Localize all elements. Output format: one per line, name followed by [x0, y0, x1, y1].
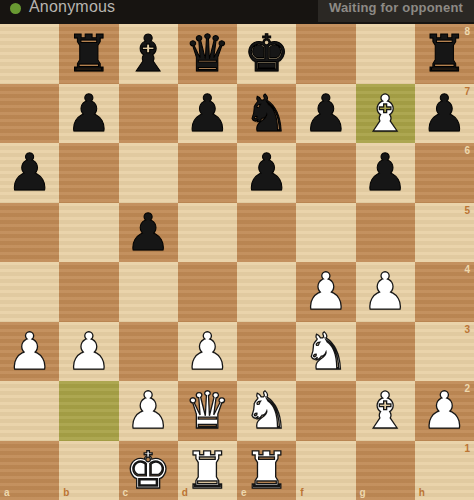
square-g1[interactable]: g [356, 441, 415, 500]
piece-white-king[interactable]: ♚ [119, 441, 178, 500]
piece-black-queen[interactable]: ♛ [178, 24, 237, 84]
chess-app: Anonymous Waiting for opponent ♜♝♛♚♜8♟♟♞… [0, 0, 474, 500]
square-d6[interactable] [178, 143, 237, 203]
square-g8[interactable] [356, 24, 415, 84]
square-a6[interactable]: ♟ [0, 143, 59, 203]
square-d5[interactable] [178, 203, 237, 263]
square-c8[interactable]: ♝ [119, 24, 178, 84]
square-c3[interactable] [119, 322, 178, 382]
piece-black-pawn[interactable]: ♟ [119, 203, 178, 263]
square-g3[interactable] [356, 322, 415, 382]
square-a7[interactable] [0, 84, 59, 144]
square-h8[interactable]: ♜8 [415, 24, 474, 84]
square-c5[interactable]: ♟ [119, 203, 178, 263]
status-banner: Waiting for opponent [318, 0, 474, 22]
coord-file-a: a [4, 487, 10, 498]
piece-white-pawn[interactable]: ♟ [178, 322, 237, 382]
square-a5[interactable] [0, 203, 59, 263]
square-b7[interactable]: ♟ [59, 84, 118, 144]
square-g4[interactable]: ♟ [356, 262, 415, 322]
square-h6[interactable]: 6 [415, 143, 474, 203]
coord-rank-6: 6 [464, 145, 470, 156]
square-c2[interactable]: ♟ [119, 381, 178, 441]
chess-board[interactable]: ♜♝♛♚♜8♟♟♞♟♝♟7♟♟♟6♟5♟♟4♟♟♟♞3♟♛♞♝♟2ab♚c♜d♜… [0, 24, 474, 500]
square-c1[interactable]: ♚c [119, 441, 178, 500]
square-g2[interactable]: ♝ [356, 381, 415, 441]
square-h2[interactable]: ♟2 [415, 381, 474, 441]
coord-rank-5: 5 [464, 205, 470, 216]
coord-file-f: f [300, 487, 303, 498]
square-h5[interactable]: 5 [415, 203, 474, 263]
square-h4[interactable]: 4 [415, 262, 474, 322]
square-a2[interactable] [0, 381, 59, 441]
piece-black-pawn[interactable]: ♟ [237, 143, 296, 203]
status-text: Waiting for opponent [329, 0, 463, 15]
square-e2[interactable]: ♞ [237, 381, 296, 441]
square-g7[interactable]: ♝ [356, 84, 415, 144]
square-e3[interactable] [237, 322, 296, 382]
piece-white-bishop[interactable]: ♝ [356, 84, 415, 144]
square-d8[interactable]: ♛ [178, 24, 237, 84]
square-b1[interactable]: b [59, 441, 118, 500]
square-e8[interactable]: ♚ [237, 24, 296, 84]
square-b8[interactable]: ♜ [59, 24, 118, 84]
coord-file-g: g [360, 487, 366, 498]
coord-rank-3: 3 [464, 324, 470, 335]
piece-black-pawn[interactable]: ♟ [296, 84, 355, 144]
square-d4[interactable] [178, 262, 237, 322]
square-f3[interactable]: ♞ [296, 322, 355, 382]
piece-white-pawn[interactable]: ♟ [0, 322, 59, 382]
coord-rank-4: 4 [464, 264, 470, 275]
square-a4[interactable] [0, 262, 59, 322]
piece-white-pawn[interactable]: ♟ [296, 262, 355, 322]
square-f8[interactable] [296, 24, 355, 84]
piece-black-knight[interactable]: ♞ [237, 84, 296, 144]
piece-black-pawn[interactable]: ♟ [415, 84, 474, 144]
square-f4[interactable]: ♟ [296, 262, 355, 322]
square-c7[interactable] [119, 84, 178, 144]
square-e4[interactable] [237, 262, 296, 322]
square-f7[interactable]: ♟ [296, 84, 355, 144]
square-g6[interactable]: ♟ [356, 143, 415, 203]
square-e5[interactable] [237, 203, 296, 263]
piece-white-knight[interactable]: ♞ [296, 322, 355, 382]
piece-white-bishop[interactable]: ♝ [356, 381, 415, 441]
square-g5[interactable] [356, 203, 415, 263]
coord-file-h: h [419, 487, 425, 498]
square-h1[interactable]: h1 [415, 441, 474, 500]
piece-black-rook[interactable]: ♜ [415, 24, 474, 84]
square-c4[interactable] [119, 262, 178, 322]
piece-black-bishop[interactable]: ♝ [119, 24, 178, 84]
online-status-icon [10, 3, 21, 14]
piece-black-pawn[interactable]: ♟ [59, 84, 118, 144]
square-f1[interactable]: f [296, 441, 355, 500]
square-e1[interactable]: ♜e [237, 441, 296, 500]
square-d2[interactable]: ♛ [178, 381, 237, 441]
square-b3[interactable]: ♟ [59, 322, 118, 382]
piece-white-pawn[interactable]: ♟ [415, 381, 474, 441]
square-f2[interactable] [296, 381, 355, 441]
piece-black-rook[interactable]: ♜ [59, 24, 118, 84]
coord-file-b: b [63, 487, 69, 498]
piece-white-pawn[interactable]: ♟ [356, 262, 415, 322]
piece-black-pawn[interactable]: ♟ [0, 143, 59, 203]
piece-black-king[interactable]: ♚ [237, 24, 296, 84]
game-header: Anonymous Waiting for opponent [0, 0, 474, 24]
square-d7[interactable]: ♟ [178, 84, 237, 144]
piece-white-knight[interactable]: ♞ [237, 381, 296, 441]
square-b4[interactable] [59, 262, 118, 322]
square-a3[interactable]: ♟ [0, 322, 59, 382]
square-h7[interactable]: ♟7 [415, 84, 474, 144]
piece-white-rook[interactable]: ♜ [178, 441, 237, 500]
square-d1[interactable]: ♜d [178, 441, 237, 500]
square-b6[interactable] [59, 143, 118, 203]
square-e7[interactable]: ♞ [237, 84, 296, 144]
piece-white-pawn[interactable]: ♟ [119, 381, 178, 441]
square-f5[interactable] [296, 203, 355, 263]
square-c6[interactable] [119, 143, 178, 203]
square-f6[interactable] [296, 143, 355, 203]
player-name: Anonymous [29, 0, 115, 16]
square-a1[interactable]: a [0, 441, 59, 500]
coord-rank-1: 1 [464, 443, 470, 454]
piece-white-queen[interactable]: ♛ [178, 381, 237, 441]
square-h3[interactable]: 3 [415, 322, 474, 382]
piece-black-pawn[interactable]: ♟ [178, 84, 237, 144]
player-info: Anonymous [10, 0, 115, 19]
square-a8[interactable] [0, 24, 59, 84]
square-e6[interactable]: ♟ [237, 143, 296, 203]
piece-white-pawn[interactable]: ♟ [59, 322, 118, 382]
square-b2[interactable] [59, 381, 118, 441]
piece-white-rook[interactable]: ♜ [237, 441, 296, 500]
square-b5[interactable] [59, 203, 118, 263]
piece-black-pawn[interactable]: ♟ [356, 143, 415, 203]
square-d3[interactable]: ♟ [178, 322, 237, 382]
